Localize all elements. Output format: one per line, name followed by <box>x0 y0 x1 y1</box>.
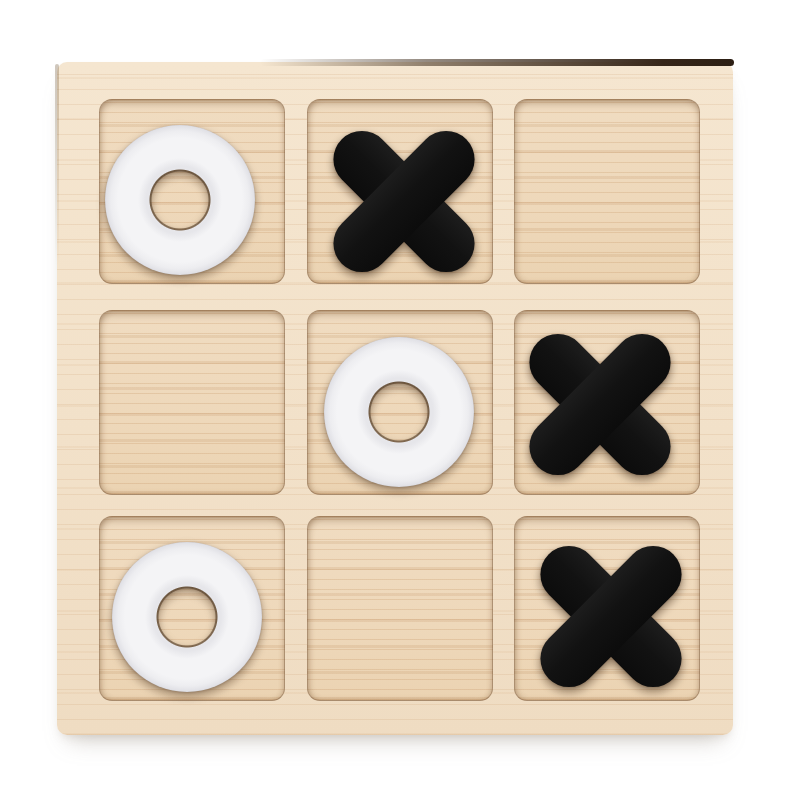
board-top-edge <box>260 59 734 66</box>
board-left-edge <box>55 64 59 266</box>
photo-background <box>0 0 800 800</box>
board-cell-r3c2[interactable] <box>307 516 493 701</box>
board-cell-r1c3[interactable] <box>514 99 700 284</box>
piece-x[interactable] <box>322 120 486 284</box>
tictactoe-board <box>57 62 733 735</box>
board-cell-r2c1[interactable] <box>99 310 285 495</box>
piece-o[interactable] <box>112 542 262 692</box>
piece-o[interactable] <box>324 337 474 487</box>
piece-x[interactable] <box>529 535 693 699</box>
piece-o[interactable] <box>105 125 255 275</box>
piece-x[interactable] <box>518 323 682 487</box>
